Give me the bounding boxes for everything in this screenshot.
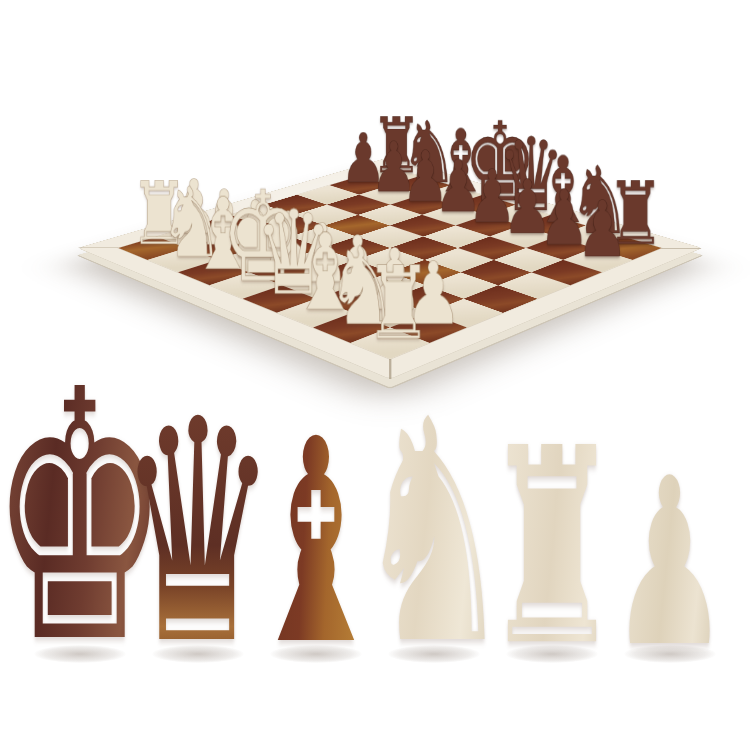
display-pieces-row: ♚♛♝♞♜♟ xyxy=(22,404,728,656)
white-pawn: ♟ xyxy=(169,178,204,238)
red-rook: ♜ xyxy=(371,116,403,177)
red-rook: ♜ xyxy=(606,180,642,250)
display-piece-pawn: ♟ xyxy=(612,501,728,656)
chess-board: ♜♞♝♚♛♝♞♜♟♟♟♟♟♟♟♟♟♟♟♟♟♟♟♟♜♞♝♚♛♝♞♜ xyxy=(79,157,701,379)
white-rook: ♜ xyxy=(130,180,166,250)
square-h3 xyxy=(428,299,503,328)
white-pawn-glyph: ♟ xyxy=(610,471,730,656)
red-pawn: ♟ xyxy=(341,132,373,186)
border-mitre-seam xyxy=(389,157,390,167)
product-photo: ♜♞♝♚♛♝♞♜♟♟♟♟♟♟♟♟♟♟♟♟♟♟♟♟♜♞♝♚♛♝♞♜ ♚♛♝♞♜♟ xyxy=(0,0,750,750)
white-pawn: ♟ xyxy=(366,247,406,315)
display-piece-queen: ♛ xyxy=(140,450,256,656)
square-f1: ♝ xyxy=(277,299,352,328)
board-grid: ♜♞♝♚♛♝♞♜♟♟♟♟♟♟♟♟♟♟♟♟♟♟♟♟♜♞♝♚♛♝♞♜ xyxy=(118,167,661,359)
white-rook-glyph: ♜ xyxy=(482,440,622,656)
display-piece-knight: ♞ xyxy=(376,450,492,656)
border-mitre-seam xyxy=(79,247,119,248)
display-piece-rook: ♜ xyxy=(494,475,610,656)
border-mitre-seam xyxy=(661,248,701,249)
red-pawn: ♟ xyxy=(539,188,575,249)
square-a1: ♜ xyxy=(118,237,186,260)
